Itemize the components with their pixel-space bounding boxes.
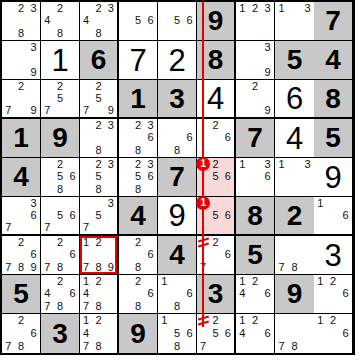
given-digit: 8 <box>236 197 274 234</box>
candidate-1: 1 <box>158 314 171 327</box>
eliminated-candidate-1 <box>197 236 210 249</box>
candidate-7: 7 <box>275 340 288 353</box>
cell-r9c1[interactable]: 2678 <box>2 314 41 353</box>
candidate-7: 7 <box>80 105 92 117</box>
pencilmarks: 357 <box>80 197 117 234</box>
candidate-7: 7 <box>2 340 15 353</box>
cell-r8c6[interactable]: 3 <box>197 275 236 314</box>
candidate-2: 2 <box>132 236 145 249</box>
candidate-3: 3 <box>301 158 314 171</box>
cell-r7c6[interactable]: 267 <box>197 236 236 275</box>
candidate-8: 8 <box>132 261 145 274</box>
candidate-2: 2 <box>54 158 67 171</box>
pencilmarks: 2579 <box>80 80 117 117</box>
candidate-5: 5 <box>209 209 221 221</box>
pencilmarks: 12478 <box>80 275 117 313</box>
candidate-6: 6 <box>144 288 157 301</box>
candidate-1: 1 <box>158 275 171 288</box>
candidate-2: 2 <box>92 119 104 132</box>
candidate-6: 6 <box>144 15 157 28</box>
given-digit: 7 <box>314 2 352 40</box>
candidate-6: 6 <box>27 209 40 221</box>
pencilmarks: 2358 <box>80 158 117 196</box>
candidate-2: 2 <box>54 2 67 15</box>
candidate-4: 4 <box>80 288 92 301</box>
candidate-3: 3 <box>27 197 40 209</box>
cell-r3c1[interactable]: 279 <box>2 80 41 119</box>
cell-r2c5[interactable]: 2 <box>158 41 197 80</box>
candidate-2: 2 <box>54 80 67 92</box>
pencilmarks: 123 <box>236 2 274 40</box>
given-digit: 5 <box>236 236 274 274</box>
candidate-6: 6 <box>222 171 234 184</box>
candidate-2: 2 <box>209 119 221 132</box>
pencilmarks: 23568 <box>119 158 157 196</box>
candidate-7: 7 <box>80 261 92 274</box>
cell-r7c3[interactable]: 12789 <box>80 236 119 275</box>
pencilmarks: 238 <box>80 119 117 157</box>
cell-r5c5[interactable]: 7 <box>158 158 197 197</box>
candidate-3: 3 <box>105 2 117 15</box>
pencilmarks: 12478 <box>80 314 117 353</box>
cell-r3c7[interactable]: 29 <box>236 80 275 119</box>
cell-r2c6[interactable]: 8 <box>197 41 236 80</box>
candidate-6: 6 <box>144 171 157 184</box>
candidate-8: 8 <box>15 340 28 353</box>
pencilmarks: 29 <box>236 80 274 117</box>
cell-r7c4[interactable]: 268 <box>119 236 158 275</box>
given-digit: 8 <box>197 41 234 79</box>
candidate-2: 2 <box>209 236 221 249</box>
candidate-8: 8 <box>92 300 104 313</box>
cell-r8c2[interactable]: 24678 <box>41 275 80 314</box>
pencilmarks: 39 <box>236 41 274 79</box>
pencilmarks: 24678 <box>41 275 79 313</box>
candidate-8: 8 <box>171 300 184 313</box>
cell-r8c9[interactable]: 126 <box>314 275 353 314</box>
pencilmarks: 136 <box>236 158 274 196</box>
candidate-2: 2 <box>249 2 262 15</box>
pencilmarks: 2348 <box>80 2 117 40</box>
candidate-3: 3 <box>144 119 157 132</box>
given-digit: 6 <box>80 41 117 79</box>
cell-r2c4[interactable]: 7 <box>119 41 158 80</box>
solved-digit: 3 <box>314 236 352 274</box>
cell-r2c3[interactable]: 6 <box>80 41 119 80</box>
candidate-6: 6 <box>183 327 196 340</box>
cell-r7c8[interactable]: 78 <box>275 236 314 275</box>
candidate-8: 8 <box>92 183 104 196</box>
cell-r2c9[interactable]: 4 <box>314 41 353 80</box>
cell-r4c1[interactable]: 1 <box>2 119 41 158</box>
candidate-1: 1 <box>80 236 92 249</box>
candidate-9: 9 <box>27 105 40 117</box>
cell-r5c1[interactable]: 4 <box>2 158 41 197</box>
given-digit: 9 <box>119 314 157 353</box>
candidate-8: 8 <box>92 261 104 274</box>
cell-r1c1[interactable]: 238 <box>2 2 41 41</box>
cell-r6c8[interactable]: 2 <box>275 197 314 236</box>
cell-r1c4[interactable]: 56 <box>119 2 158 41</box>
solved-digit: 4 <box>197 80 234 117</box>
cell-r6c6[interactable]: 561 <box>197 197 236 236</box>
candidate-8: 8 <box>15 27 28 40</box>
candidate-6: 6 <box>144 132 157 145</box>
pencilmarks: 279 <box>2 80 40 117</box>
candidate-1: 1 <box>236 314 249 327</box>
given-digit: 3 <box>197 275 234 313</box>
candidate-5: 5 <box>209 171 221 184</box>
cell-r9c8[interactable]: 78 <box>275 314 314 353</box>
pencilmarks: 78 <box>275 314 314 353</box>
candidate-3: 3 <box>261 41 274 54</box>
candidate-6: 6 <box>222 249 234 262</box>
sudoku-board: 2382482348565691231373916728395427925725… <box>0 0 355 355</box>
cell-r7c7[interactable]: 5 <box>236 236 275 275</box>
solved-digit: 7 <box>119 41 157 79</box>
candidate-5: 5 <box>54 92 67 104</box>
candidate-6: 6 <box>261 288 274 301</box>
candidate-6: 6 <box>339 327 352 340</box>
candidate-1: 1 <box>275 2 288 15</box>
given-digit: 4 <box>158 236 196 274</box>
candidate-2: 2 <box>54 275 67 288</box>
cell-r9c5[interactable]: 1568 <box>158 314 197 353</box>
candidate-9: 9 <box>105 261 117 274</box>
cell-r3c9[interactable]: 8 <box>314 80 353 119</box>
candidate-4: 4 <box>236 327 249 340</box>
given-digit: 7 <box>236 119 274 157</box>
cell-r4c5[interactable]: 68 <box>158 119 197 158</box>
given-digit: 1 <box>2 119 40 157</box>
cell-r5c4[interactable]: 23568 <box>119 158 158 197</box>
pencilmarks: 68 <box>158 119 196 157</box>
cell-r6c7[interactable]: 8 <box>236 197 275 236</box>
cell-r2c8[interactable]: 5 <box>275 41 314 80</box>
solved-digit: 4 <box>275 119 314 157</box>
candidate-2: 2 <box>249 80 262 92</box>
cell-r9c4[interactable]: 9 <box>119 314 158 353</box>
candidate-6: 6 <box>222 209 234 221</box>
candidate-2: 2 <box>15 2 28 15</box>
given-digit: 4 <box>2 158 40 196</box>
cell-r8c3[interactable]: 12478 <box>80 275 119 314</box>
candidate-2: 2 <box>54 236 67 249</box>
candidate-7: 7 <box>41 261 54 274</box>
candidate-6: 6 <box>339 209 352 221</box>
given-digit: 9 <box>275 275 314 313</box>
pencilmarks: 39 <box>2 41 40 79</box>
cell-r9c7[interactable]: 1246 <box>236 314 275 353</box>
candidate-8: 8 <box>171 144 184 157</box>
pencilmarks: 56 <box>119 2 157 40</box>
pencilmarks: 367 <box>2 197 40 234</box>
candidate-4: 4 <box>41 15 54 28</box>
candidate-8: 8 <box>288 261 301 274</box>
candidate-1: 1 <box>275 158 288 171</box>
candidate-7: 7 <box>80 340 92 353</box>
cell-r4c2[interactable]: 9 <box>41 119 80 158</box>
candidate-2: 2 <box>92 80 104 92</box>
candidate-6: 6 <box>183 288 196 301</box>
candidate-3: 3 <box>301 2 314 15</box>
cell-r7c5[interactable]: 4 <box>158 236 197 275</box>
pencilmarks: 257 <box>41 80 79 117</box>
cell-r1c6[interactable]: 9 <box>197 2 236 41</box>
pencilmarks: 126 <box>314 275 352 313</box>
pencilmarks: 13 <box>275 158 314 196</box>
solved-digit: 9 <box>158 197 196 234</box>
candidate-7: 7 <box>275 261 288 274</box>
candidate-6: 6 <box>66 288 79 301</box>
candidate-6: 6 <box>183 132 196 145</box>
candidate-2: 2 <box>92 236 104 249</box>
candidate-4: 4 <box>41 288 54 301</box>
pencilmarks: 12789 <box>80 236 117 274</box>
pencilmarks: 2678 <box>41 236 79 274</box>
cell-r5c7[interactable]: 136 <box>236 158 275 197</box>
pencilmarks: 16 <box>314 197 352 234</box>
candidate-6: 6 <box>66 171 79 184</box>
cell-r9c6[interactable]: 2567 <box>197 314 236 353</box>
cell-r7c1[interactable]: 26789 <box>2 236 41 275</box>
cell-r4c8[interactable]: 4 <box>275 119 314 158</box>
candidate-5: 5 <box>92 171 104 184</box>
cell-r8c8[interactable]: 9 <box>275 275 314 314</box>
candidate-9: 9 <box>27 66 40 79</box>
cell-r6c3[interactable]: 357 <box>80 197 119 236</box>
pencilmarks: 56 <box>158 2 196 40</box>
candidate-4: 4 <box>80 15 92 28</box>
cell-r3c8[interactable]: 6 <box>275 80 314 119</box>
cell-r8c7[interactable]: 1246 <box>236 275 275 314</box>
solved-digit: 6 <box>275 80 314 117</box>
candidate-6: 6 <box>27 249 40 262</box>
candidate-5: 5 <box>54 209 67 221</box>
candidate-5: 5 <box>92 92 104 104</box>
candidate-5: 5 <box>171 15 184 28</box>
cell-r4c3[interactable]: 238 <box>80 119 119 158</box>
candidate-4: 4 <box>236 288 249 301</box>
candidate-3: 3 <box>105 158 117 171</box>
pencilmarks: 238 <box>2 2 40 40</box>
cell-r8c5[interactable]: 168 <box>158 275 197 314</box>
cell-r6c2[interactable]: 567 <box>41 197 80 236</box>
cell-r1c7[interactable]: 123 <box>236 2 275 41</box>
given-digit: 9 <box>41 119 79 157</box>
candidate-2: 2 <box>132 158 145 171</box>
candidate-6: 6 <box>66 209 79 221</box>
pencilmarks: 268 <box>119 236 157 274</box>
cell-r1c8[interactable]: 13 <box>275 2 314 41</box>
cell-r5c3[interactable]: 2358 <box>80 158 119 197</box>
cell-r3c2[interactable]: 257 <box>41 80 80 119</box>
given-digit: 5 <box>275 41 314 79</box>
given-digit: 4 <box>119 197 157 234</box>
pencilmarks: 26 <box>197 119 234 157</box>
candidate-3: 3 <box>144 158 157 171</box>
candidate-6: 6 <box>222 327 234 340</box>
pencilmarks: 248 <box>41 2 79 40</box>
cell-r1c9[interactable]: 7 <box>314 2 353 41</box>
candidate-6: 6 <box>261 327 274 340</box>
given-digit: 5 <box>314 119 352 157</box>
candidate-8: 8 <box>92 27 104 40</box>
cell-r4c6[interactable]: 26 <box>197 119 236 158</box>
cell-r5c9[interactable]: 9 <box>314 158 353 197</box>
cell-r3c3[interactable]: 2579 <box>80 80 119 119</box>
candidate-9: 9 <box>27 261 40 274</box>
candidate-5: 5 <box>132 15 145 28</box>
candidate-6: 6 <box>27 327 40 340</box>
candidate-3: 3 <box>27 41 40 54</box>
cell-r5c2[interactable]: 2568 <box>41 158 80 197</box>
candidate-7: 7 <box>197 261 209 274</box>
candidate-6: 6 <box>261 171 274 184</box>
candidate-4: 4 <box>80 327 92 340</box>
candidate-5: 5 <box>209 327 221 340</box>
candidate-1: 1 <box>80 275 92 288</box>
candidate-2: 2 <box>327 314 340 327</box>
candidate-6: 6 <box>144 249 157 262</box>
cell-r5c8[interactable]: 13 <box>275 158 314 197</box>
candidate-7: 7 <box>80 222 92 234</box>
pencilmarks: 1246 <box>236 275 274 313</box>
candidate-9: 9 <box>105 105 117 117</box>
candidate-5: 5 <box>54 171 67 184</box>
pencilmarks: 268 <box>119 275 157 313</box>
candidate-8: 8 <box>54 300 67 313</box>
candidate-1: 1 <box>314 275 327 288</box>
cell-r4c7[interactable]: 7 <box>236 119 275 158</box>
candidate-2: 2 <box>92 314 104 327</box>
candidate-7: 7 <box>80 300 92 313</box>
candidate-8: 8 <box>54 27 67 40</box>
candidate-6: 6 <box>66 249 79 262</box>
pencilmarks: 2568 <box>41 158 79 196</box>
given-digit: 4 <box>314 41 352 79</box>
cell-r9c2[interactable]: 3 <box>41 314 80 353</box>
cell-r4c4[interactable]: 2368 <box>119 119 158 158</box>
pencilmarks: 78 <box>275 236 314 274</box>
cell-r1c2[interactable]: 248 <box>41 2 80 41</box>
candidate-9: 9 <box>261 66 274 79</box>
candidate-3: 3 <box>27 2 40 15</box>
candidate-2: 2 <box>92 2 104 15</box>
cell-r5c6[interactable]: 2561 <box>197 158 236 197</box>
candidate-2: 2 <box>92 275 104 288</box>
candidate-7: 7 <box>2 261 15 274</box>
given-digit: 8 <box>314 80 352 117</box>
cell-r8c4[interactable]: 268 <box>119 275 158 314</box>
cell-r6c5[interactable]: 9 <box>158 197 197 236</box>
candidate-8: 8 <box>92 340 104 353</box>
cell-r6c9[interactable]: 16 <box>314 197 353 236</box>
cell-r8c1[interactable]: 5 <box>2 275 41 314</box>
candidate-2: 2 <box>15 236 28 249</box>
candidate-6: 6 <box>339 288 352 301</box>
candidate-8: 8 <box>288 340 301 353</box>
candidate-8: 8 <box>132 183 145 196</box>
pencilmarks: 1246 <box>236 314 274 353</box>
cell-r2c1[interactable]: 39 <box>2 41 41 80</box>
candidate-5: 5 <box>132 171 145 184</box>
candidate-2: 2 <box>132 275 145 288</box>
eliminated-candidate-1 <box>197 314 210 327</box>
candidate-7: 7 <box>41 300 54 313</box>
candidate-3: 3 <box>261 158 274 171</box>
pencilmarks: 567 <box>41 197 79 234</box>
candidate-8: 8 <box>54 261 67 274</box>
cell-r7c2[interactable]: 2678 <box>41 236 80 275</box>
candidate-5: 5 <box>92 209 104 221</box>
candidate-7: 7 <box>2 222 15 234</box>
cell-r2c7[interactable]: 39 <box>236 41 275 80</box>
candidate-3: 3 <box>105 119 117 132</box>
candidate-1: 1 <box>236 275 249 288</box>
candidate-5: 5 <box>171 327 184 340</box>
cell-r3c6[interactable]: 4 <box>197 80 236 119</box>
cell-r1c5[interactable]: 56 <box>158 2 197 41</box>
candidate-1: 1 <box>80 314 92 327</box>
given-digit: 5 <box>2 275 40 313</box>
cell-r6c4[interactable]: 4 <box>119 197 158 236</box>
given-digit: 1 <box>119 80 157 117</box>
cell-r7c9[interactable]: 3 <box>314 236 353 275</box>
pencilmarks: 1568 <box>158 314 196 353</box>
given-digit: 7 <box>158 158 196 196</box>
candidate-3: 3 <box>261 2 274 15</box>
candidate-2: 2 <box>249 275 262 288</box>
cell-r3c5[interactable]: 3 <box>158 80 197 119</box>
candidate-8: 8 <box>92 144 104 157</box>
candidate-9: 9 <box>261 105 274 117</box>
candidate-7: 7 <box>41 105 54 117</box>
candidate-2: 2 <box>15 314 28 327</box>
cell-r9c3[interactable]: 12478 <box>80 314 119 353</box>
cell-r6c1[interactable]: 367 <box>2 197 41 236</box>
given-digit: 9 <box>197 2 234 40</box>
candidate-1: 1 <box>314 197 327 209</box>
pencilmarks: 26789 <box>2 236 40 274</box>
candidate-2: 2 <box>15 80 28 92</box>
candidate-6: 6 <box>222 132 234 145</box>
cell-r1c3[interactable]: 2348 <box>80 2 119 41</box>
cell-r3c4[interactable]: 1 <box>119 80 158 119</box>
candidate-2: 2 <box>132 119 145 132</box>
candidate-2: 2 <box>327 275 340 288</box>
solved-digit: 9 <box>314 158 352 196</box>
candidate-8: 8 <box>15 261 28 274</box>
cell-r9c9[interactable]: 126 <box>314 314 353 353</box>
pencilmarks: 168 <box>158 275 196 313</box>
candidate-1: 1 <box>236 158 249 171</box>
candidate-2: 2 <box>92 158 104 171</box>
candidate-2: 2 <box>209 158 221 171</box>
pencilmarks: 126 <box>314 314 352 353</box>
candidate-2: 2 <box>209 314 221 327</box>
pencilmarks: 13 <box>275 2 314 40</box>
candidate-6: 6 <box>183 15 196 28</box>
candidate-8: 8 <box>132 144 145 157</box>
cell-r2c2[interactable]: 1 <box>41 41 80 80</box>
candidate-8: 8 <box>132 300 145 313</box>
given-digit: 2 <box>275 197 314 234</box>
pencilmarks: 2678 <box>2 314 40 353</box>
candidate-2: 2 <box>249 314 262 327</box>
cell-r4c9[interactable]: 5 <box>314 119 353 158</box>
candidate-7: 7 <box>197 340 209 353</box>
